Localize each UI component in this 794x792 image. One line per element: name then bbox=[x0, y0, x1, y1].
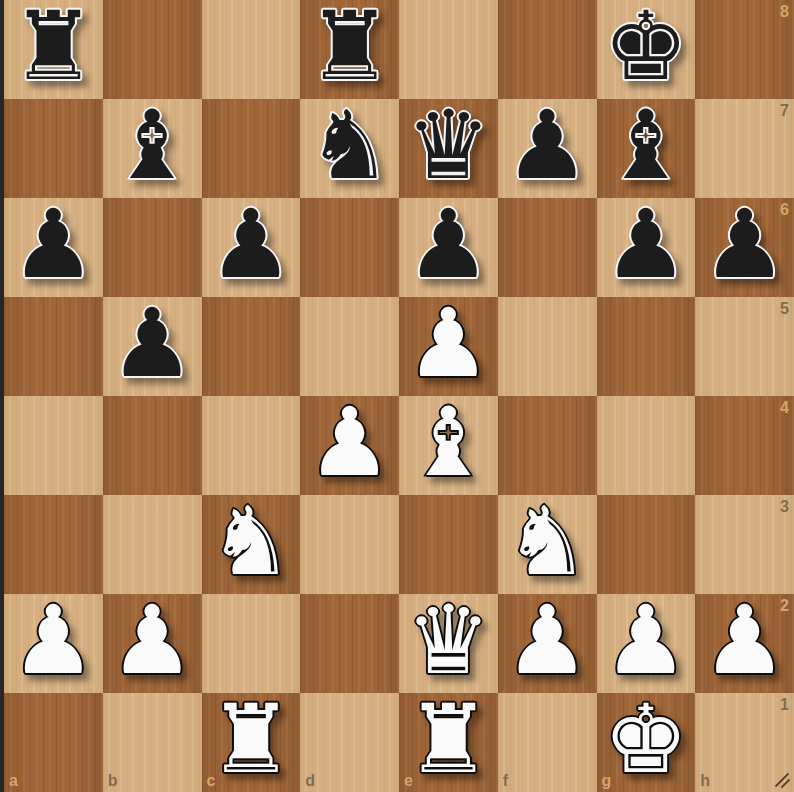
white-pawn-g2[interactable]: ♟ bbox=[603, 593, 688, 688]
square-d8[interactable]: ♜ bbox=[300, 0, 399, 99]
square-e4[interactable]: ♝ bbox=[399, 396, 498, 495]
square-b8[interactable] bbox=[103, 0, 202, 99]
square-g5[interactable] bbox=[597, 297, 696, 396]
black-queen-e7[interactable]: ♛ bbox=[406, 98, 491, 193]
square-h3[interactable]: 3 bbox=[695, 495, 794, 594]
square-c5[interactable] bbox=[202, 297, 301, 396]
white-pawn-b2[interactable]: ♟ bbox=[110, 593, 195, 688]
coordinate-file-a: a bbox=[9, 773, 18, 789]
square-e6[interactable]: ♟ bbox=[399, 198, 498, 297]
square-c8[interactable] bbox=[202, 0, 301, 99]
white-pawn-e5[interactable]: ♟ bbox=[406, 296, 491, 391]
white-king-g1[interactable]: ♚ bbox=[603, 692, 688, 787]
black-knight-d7[interactable]: ♞ bbox=[307, 98, 392, 193]
white-queen-e2[interactable]: ♛ bbox=[406, 593, 491, 688]
square-g4[interactable] bbox=[597, 396, 696, 495]
square-h7[interactable]: 7 bbox=[695, 99, 794, 198]
square-d2[interactable] bbox=[300, 594, 399, 693]
coordinate-file-h: h bbox=[700, 773, 710, 789]
white-knight-c3[interactable]: ♞ bbox=[208, 494, 293, 589]
chess-board: ♜♜♚8♝♞♛♟♝7♟♟♟♟♟6♟♟5♟♝4♞♞3♟♟♛♟♟♟2ab♜cd♜ef… bbox=[4, 0, 794, 792]
square-a1[interactable]: a bbox=[4, 693, 103, 792]
square-c4[interactable] bbox=[202, 396, 301, 495]
square-g1[interactable]: ♚g bbox=[597, 693, 696, 792]
square-c2[interactable] bbox=[202, 594, 301, 693]
square-b6[interactable] bbox=[103, 198, 202, 297]
white-rook-e1[interactable]: ♜ bbox=[406, 692, 491, 787]
square-d7[interactable]: ♞ bbox=[300, 99, 399, 198]
square-d1[interactable]: d bbox=[300, 693, 399, 792]
black-pawn-h6[interactable]: ♟ bbox=[702, 197, 787, 292]
square-h2[interactable]: ♟2 bbox=[695, 594, 794, 693]
square-f8[interactable] bbox=[498, 0, 597, 99]
square-g6[interactable]: ♟ bbox=[597, 198, 696, 297]
square-b5[interactable]: ♟ bbox=[103, 297, 202, 396]
square-a3[interactable] bbox=[4, 495, 103, 594]
square-a8[interactable]: ♜ bbox=[4, 0, 103, 99]
square-e7[interactable]: ♛ bbox=[399, 99, 498, 198]
white-rook-c1[interactable]: ♜ bbox=[208, 692, 293, 787]
white-pawn-h2[interactable]: ♟ bbox=[702, 593, 787, 688]
square-d4[interactable]: ♟ bbox=[300, 396, 399, 495]
black-rook-a8[interactable]: ♜ bbox=[11, 0, 96, 94]
coordinate-file-d: d bbox=[305, 773, 315, 789]
square-b4[interactable] bbox=[103, 396, 202, 495]
square-f3[interactable]: ♞ bbox=[498, 495, 597, 594]
square-a7[interactable] bbox=[4, 99, 103, 198]
square-g8[interactable]: ♚ bbox=[597, 0, 696, 99]
white-knight-f3[interactable]: ♞ bbox=[505, 494, 590, 589]
square-f1[interactable]: f bbox=[498, 693, 597, 792]
square-h8[interactable]: 8 bbox=[695, 0, 794, 99]
black-king-g8[interactable]: ♚ bbox=[603, 0, 688, 94]
black-bishop-b7[interactable]: ♝ bbox=[110, 98, 195, 193]
coordinate-rank-1: 1 bbox=[780, 697, 789, 713]
square-h6[interactable]: ♟6 bbox=[695, 198, 794, 297]
black-rook-d8[interactable]: ♜ bbox=[307, 0, 392, 94]
square-c7[interactable] bbox=[202, 99, 301, 198]
board-resize-handle-icon[interactable] bbox=[772, 770, 792, 790]
black-pawn-a6[interactable]: ♟ bbox=[11, 197, 96, 292]
white-pawn-d4[interactable]: ♟ bbox=[307, 395, 392, 490]
square-d6[interactable] bbox=[300, 198, 399, 297]
square-f7[interactable]: ♟ bbox=[498, 99, 597, 198]
square-g7[interactable]: ♝ bbox=[597, 99, 696, 198]
coordinate-rank-3: 3 bbox=[780, 499, 789, 515]
square-b7[interactable]: ♝ bbox=[103, 99, 202, 198]
white-pawn-f2[interactable]: ♟ bbox=[505, 593, 590, 688]
white-bishop-e4[interactable]: ♝ bbox=[406, 395, 491, 490]
square-a5[interactable] bbox=[4, 297, 103, 396]
black-pawn-c6[interactable]: ♟ bbox=[208, 197, 293, 292]
square-b2[interactable]: ♟ bbox=[103, 594, 202, 693]
square-a2[interactable]: ♟ bbox=[4, 594, 103, 693]
square-f4[interactable] bbox=[498, 396, 597, 495]
square-g2[interactable]: ♟ bbox=[597, 594, 696, 693]
coordinate-rank-8: 8 bbox=[780, 4, 789, 20]
square-b3[interactable] bbox=[103, 495, 202, 594]
black-bishop-g7[interactable]: ♝ bbox=[603, 98, 688, 193]
square-e5[interactable]: ♟ bbox=[399, 297, 498, 396]
black-pawn-f7[interactable]: ♟ bbox=[505, 98, 590, 193]
coordinate-rank-5: 5 bbox=[780, 301, 789, 317]
square-d5[interactable] bbox=[300, 297, 399, 396]
black-pawn-e6[interactable]: ♟ bbox=[406, 197, 491, 292]
square-c6[interactable]: ♟ bbox=[202, 198, 301, 297]
square-f6[interactable] bbox=[498, 198, 597, 297]
square-e3[interactable] bbox=[399, 495, 498, 594]
square-a6[interactable]: ♟ bbox=[4, 198, 103, 297]
square-e2[interactable]: ♛ bbox=[399, 594, 498, 693]
black-pawn-g6[interactable]: ♟ bbox=[603, 197, 688, 292]
white-pawn-a2[interactable]: ♟ bbox=[11, 593, 96, 688]
square-a4[interactable] bbox=[4, 396, 103, 495]
square-c3[interactable]: ♞ bbox=[202, 495, 301, 594]
coordinate-file-f: f bbox=[503, 773, 508, 789]
square-g3[interactable] bbox=[597, 495, 696, 594]
coordinate-rank-4: 4 bbox=[780, 400, 789, 416]
chess-app-page: ♜♜♚8♝♞♛♟♝7♟♟♟♟♟6♟♟5♟♝4♞♞3♟♟♛♟♟♟2ab♜cd♜ef… bbox=[0, 0, 794, 792]
coordinate-rank-7: 7 bbox=[780, 103, 789, 119]
square-d3[interactable] bbox=[300, 495, 399, 594]
square-f5[interactable] bbox=[498, 297, 597, 396]
coordinate-file-b: b bbox=[108, 773, 118, 789]
square-b1[interactable]: b bbox=[103, 693, 202, 792]
square-e8[interactable] bbox=[399, 0, 498, 99]
square-h5[interactable]: 5 bbox=[695, 297, 794, 396]
square-f2[interactable]: ♟ bbox=[498, 594, 597, 693]
square-c1[interactable]: ♜c bbox=[202, 693, 301, 792]
black-pawn-b5[interactable]: ♟ bbox=[110, 296, 195, 391]
square-e1[interactable]: ♜e bbox=[399, 693, 498, 792]
square-h4[interactable]: 4 bbox=[695, 396, 794, 495]
